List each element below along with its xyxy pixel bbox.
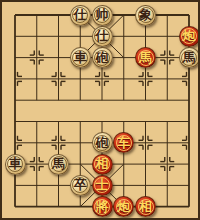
piece-ivory-cannon[interactable]: 砲 — [92, 132, 113, 153]
piece-ivory-advisor[interactable]: 仕 — [70, 5, 91, 26]
piece-ivory-elephant[interactable]: 象 — [135, 5, 156, 26]
piece-glyph: 馬 — [139, 47, 152, 68]
piece-ivory-chariot[interactable]: 車 — [70, 47, 91, 68]
piece-glyph: 帅 — [96, 4, 109, 25]
piece-glyph: 仕 — [74, 4, 87, 25]
piece-red-advisor[interactable]: 士 — [92, 175, 113, 196]
pieces-layer: 仕帅象仕炮車砲馬馬砲车車馬相卒士將炮相 — [2, 2, 198, 218]
piece-ivory-horse[interactable]: 馬 — [179, 47, 200, 68]
piece-glyph: 馬 — [183, 47, 196, 68]
piece-ivory-general[interactable]: 帅 — [92, 5, 113, 26]
piece-glyph: 象 — [139, 4, 152, 25]
piece-red-horse[interactable]: 馬 — [135, 47, 156, 68]
piece-glyph: 炮 — [183, 25, 196, 46]
piece-red-cannon[interactable]: 炮 — [179, 26, 200, 47]
piece-ivory-horse[interactable]: 馬 — [48, 154, 69, 175]
piece-ivory-soldier[interactable]: 卒 — [70, 175, 91, 196]
piece-glyph: 砲 — [96, 132, 109, 153]
piece-glyph: 士 — [96, 174, 109, 195]
piece-glyph: 車 — [9, 153, 22, 174]
piece-glyph: 炮 — [117, 196, 130, 217]
piece-red-elephant[interactable]: 相 — [135, 196, 156, 217]
piece-glyph: 相 — [96, 153, 109, 174]
piece-glyph: 車 — [74, 47, 87, 68]
piece-glyph: 仕 — [96, 25, 109, 46]
piece-ivory-advisor[interactable]: 仕 — [92, 26, 113, 47]
piece-ivory-cannon[interactable]: 砲 — [92, 47, 113, 68]
piece-glyph: 卒 — [74, 174, 87, 195]
piece-glyph: 馬 — [52, 153, 65, 174]
piece-red-chariot[interactable]: 车 — [113, 132, 134, 153]
piece-glyph: 相 — [139, 196, 152, 217]
piece-red-general[interactable]: 將 — [92, 196, 113, 217]
piece-glyph: 砲 — [96, 47, 109, 68]
xiangqi-board[interactable]: 仕帅象仕炮車砲馬馬砲车車馬相卒士將炮相 — [0, 0, 200, 220]
piece-red-elephant[interactable]: 相 — [92, 154, 113, 175]
piece-ivory-chariot[interactable]: 車 — [5, 154, 26, 175]
piece-red-cannon[interactable]: 炮 — [113, 196, 134, 217]
piece-glyph: 將 — [96, 196, 109, 217]
piece-glyph: 车 — [117, 132, 130, 153]
